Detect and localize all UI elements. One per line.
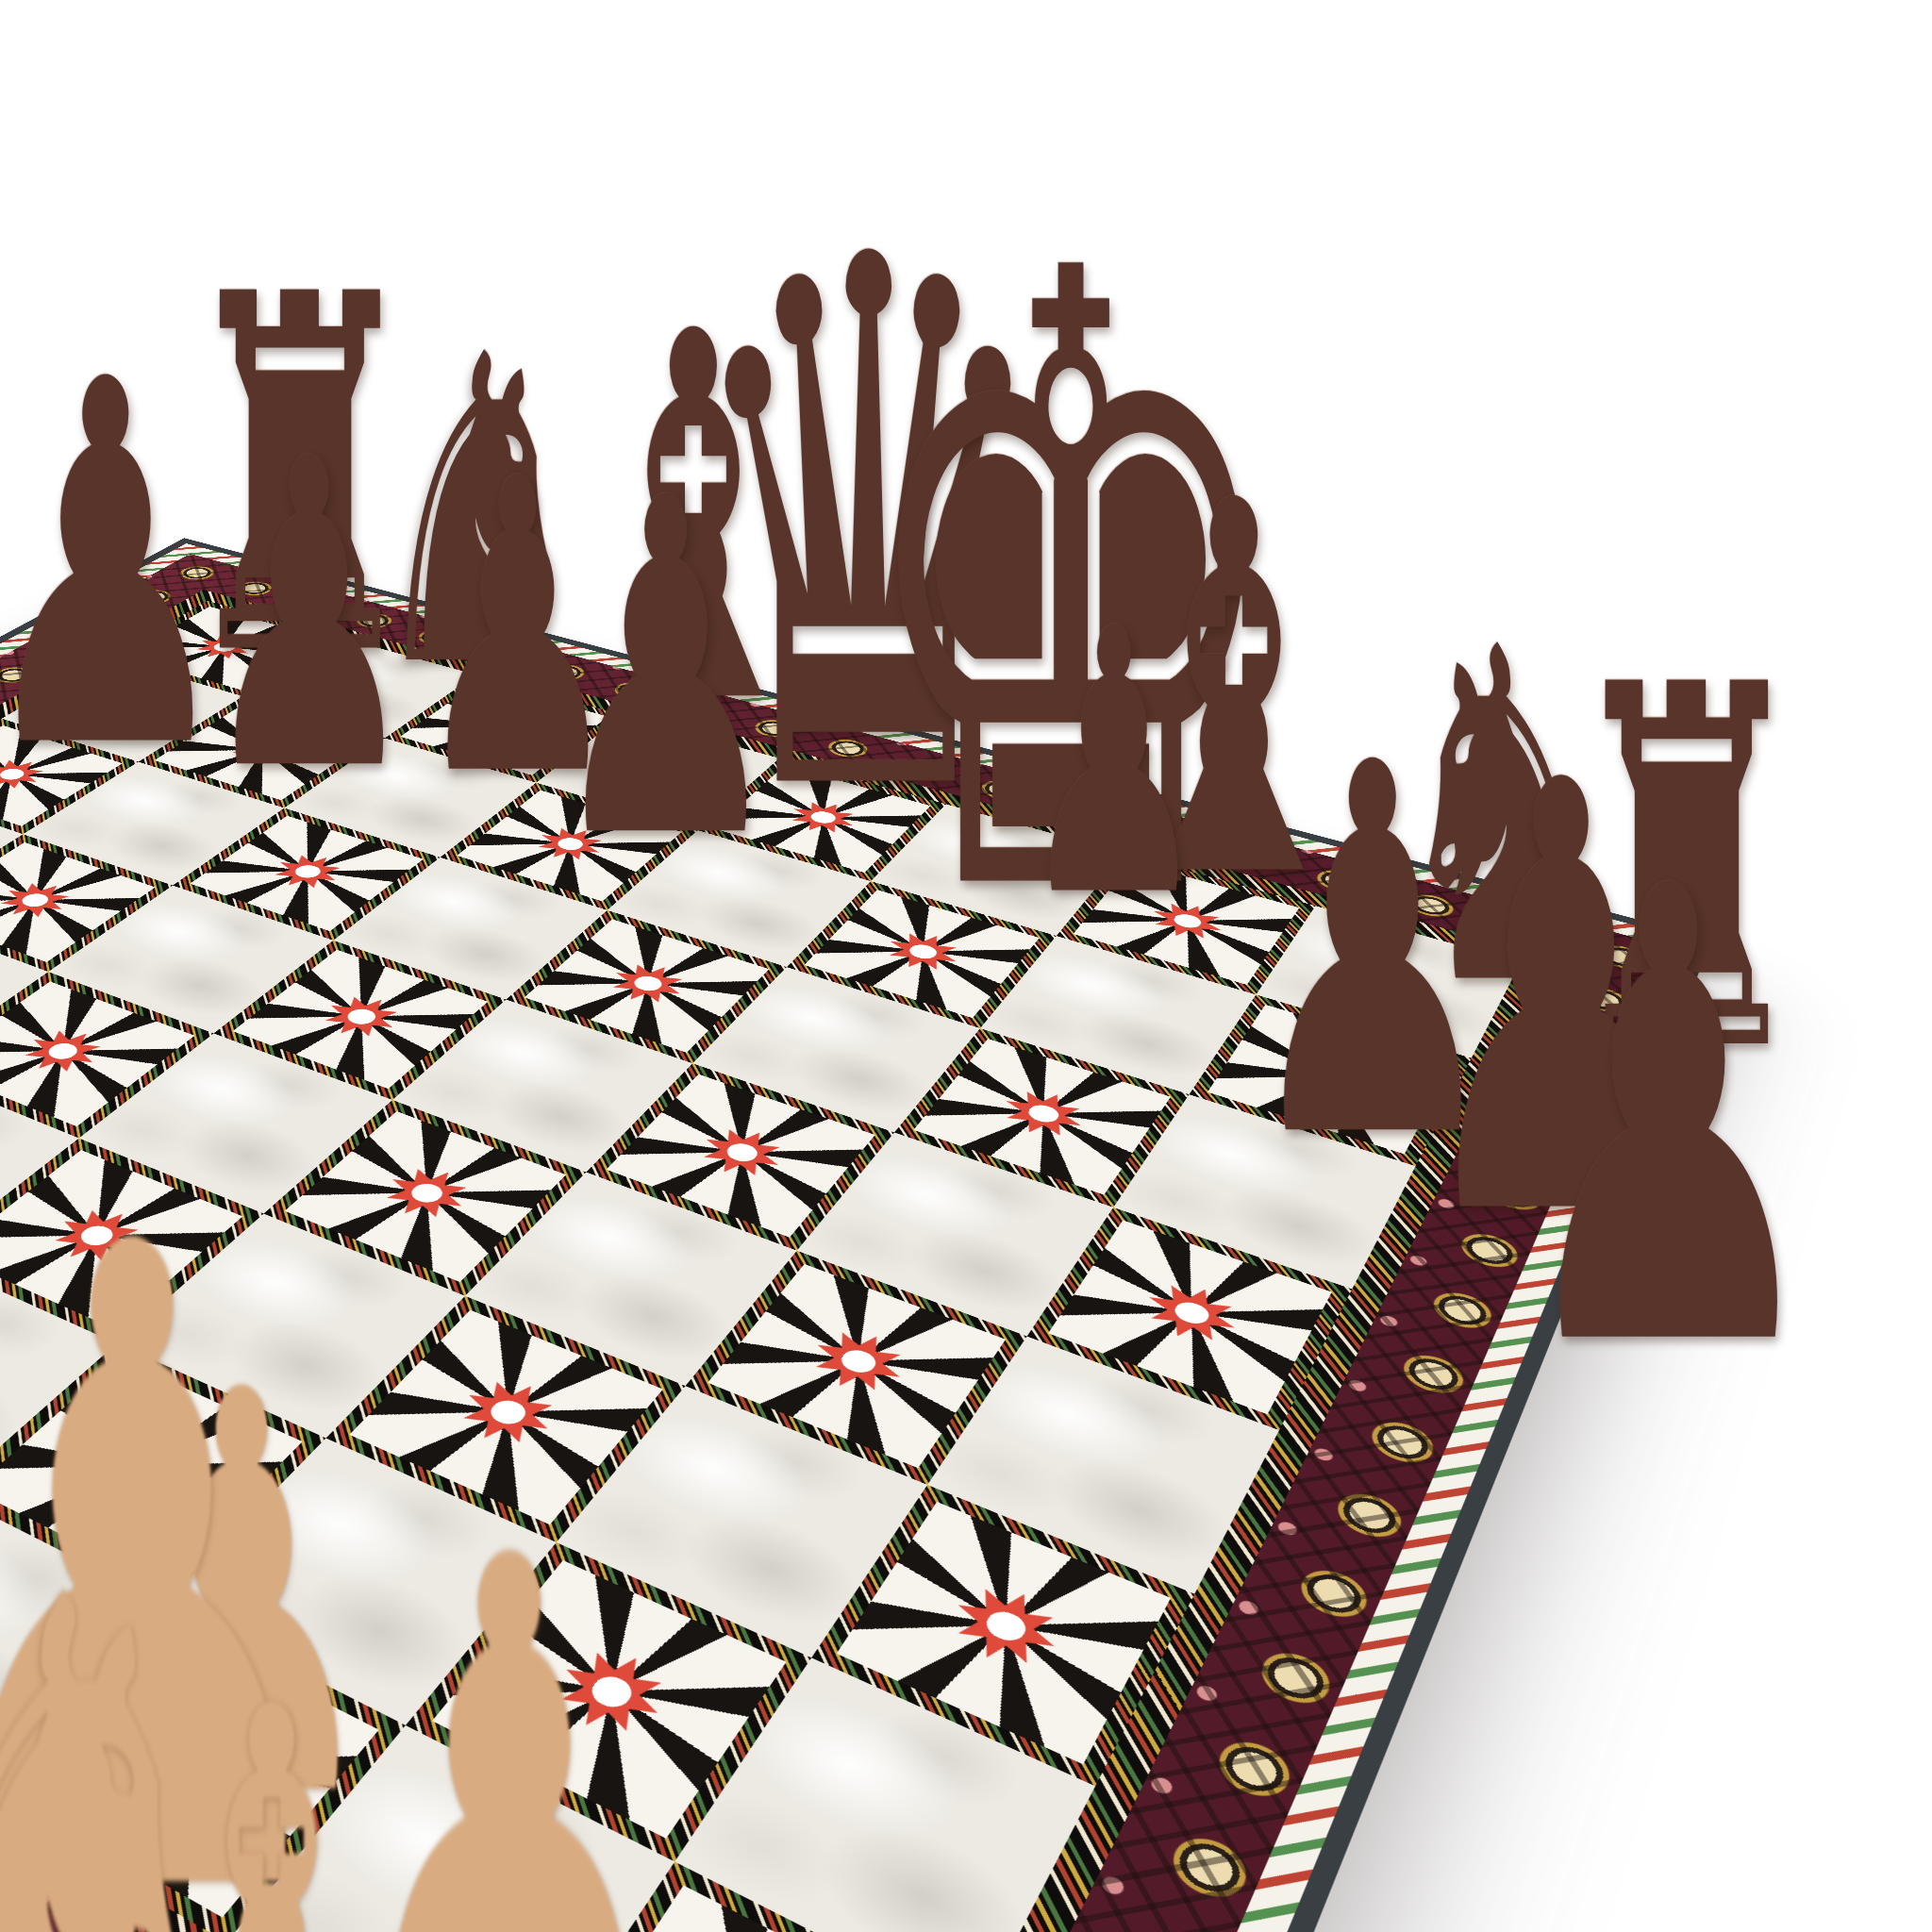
photo-stage: ♜♞♝♛♚♝♞♜♟♟♟♟♟♟♟♟♟♞♟♝♟	[0, 0, 1932, 1932]
border-medallion-strip	[0, 554, 1663, 1932]
chess-board	[0, 538, 1712, 1932]
border-dash-strip	[0, 543, 1695, 1932]
board-grid	[0, 601, 1521, 1932]
border-chain-strip	[0, 590, 1554, 1932]
